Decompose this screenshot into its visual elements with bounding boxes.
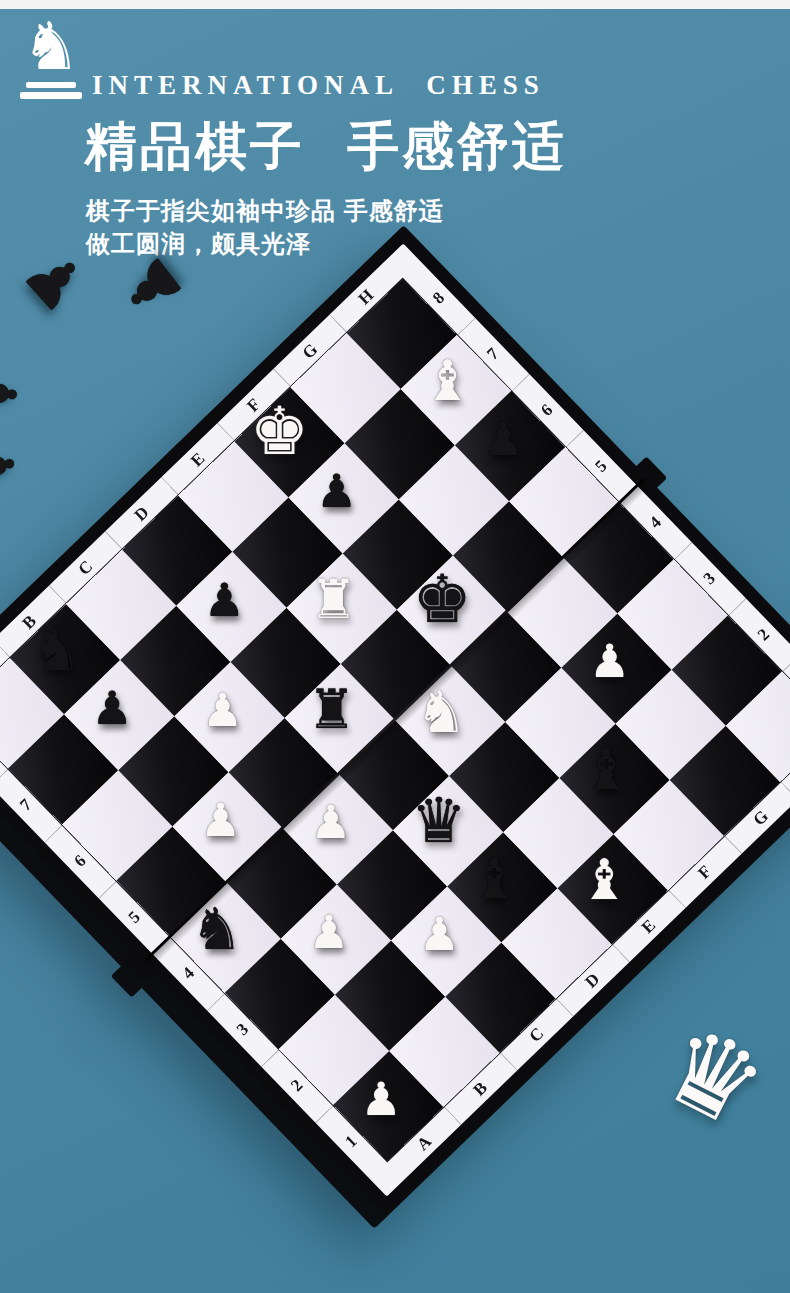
black-bishop-on-f2[interactable]: ♝: [581, 742, 631, 798]
white-rook-on-e6[interactable]: ♜: [309, 573, 357, 627]
pieces-layer: ♞♚♟♟♟♝♟♜♟♟♜♚♞♟♞♟♛♟♟♝♝♟♝: [0, 279, 790, 1161]
logo-base-bar: [20, 92, 82, 99]
white-pawn-on-a1[interactable]: ♟: [361, 1076, 402, 1122]
white-bishop-on-e1[interactable]: ♝: [579, 852, 629, 908]
white-pawn-on-c2[interactable]: ♟: [419, 911, 460, 957]
white-pawn-on-b3[interactable]: ♟: [308, 909, 349, 955]
subtitle-line1: 棋子于指尖如袖中珍品 手感舒适: [86, 194, 444, 227]
black-pawn-on-h6[interactable]: ♟: [482, 416, 523, 462]
black-knight-on-a4[interactable]: ♞: [191, 900, 243, 958]
title-chinese-part1: 精品棋子: [85, 117, 305, 175]
offboard-black-pawn[interactable]: ♟: [0, 436, 25, 497]
black-pawn-on-f7[interactable]: ♟: [316, 468, 357, 514]
white-knight-on-e4[interactable]: ♞: [415, 683, 467, 741]
white-pawn-on-g3[interactable]: ♟: [589, 638, 630, 684]
product-photo-page: ♞ INTERNATIONAL CHESS 精品棋子手感舒适 棋子于指尖如袖中珍…: [0, 0, 790, 1293]
title-chinese-part2: 手感舒适: [347, 117, 567, 175]
black-bishop-on-d2[interactable]: ♝: [469, 851, 519, 907]
black-pawn-on-b7[interactable]: ♟: [92, 685, 133, 731]
white-pawn-on-b5[interactable]: ♟: [200, 797, 241, 843]
knight-icon: ♞: [12, 14, 90, 80]
white-pawn-on-c6[interactable]: ♟: [202, 687, 243, 733]
title-english: INTERNATIONAL CHESS: [92, 70, 545, 101]
black-king-on-f5[interactable]: ♚: [412, 567, 471, 633]
white-king-on-f8[interactable]: ♚: [250, 399, 309, 465]
offboard-white-queen[interactable]: ♛: [645, 1007, 780, 1147]
black-knight-on-b8[interactable]: ♞: [30, 621, 82, 679]
title-chinese: 精品棋子手感舒适: [85, 112, 567, 182]
black-pawn-on-d7[interactable]: ♟: [204, 577, 245, 623]
white-pawn-on-c4[interactable]: ♟: [310, 799, 351, 845]
black-rook-on-d5[interactable]: ♜: [307, 683, 355, 737]
offboard-black-pawn[interactable]: ♟: [0, 364, 26, 423]
top-white-strip: [0, 0, 790, 9]
knight-logo: ♞: [12, 14, 90, 110]
white-bishop-on-h7[interactable]: ♝: [422, 353, 472, 409]
black-queen-on-d3[interactable]: ♛: [411, 790, 467, 852]
